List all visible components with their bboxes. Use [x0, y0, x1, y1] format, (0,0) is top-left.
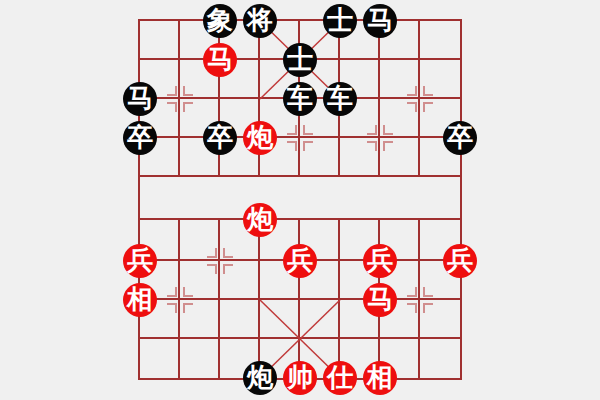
piece-red-general[interactable]: 帅 [283, 361, 317, 395]
piece-red-soldier[interactable]: 兵 [123, 244, 157, 278]
piece-black-soldier[interactable]: 卒 [203, 121, 237, 155]
piece-red-cannon[interactable]: 炮 [243, 203, 277, 237]
board-cell[interactable] [420, 300, 460, 339]
piece-black-general[interactable]: 将 [243, 4, 277, 38]
piece-black-cannon[interactable]: 炮 [243, 361, 277, 395]
piece-red-advisor[interactable]: 仕 [323, 361, 357, 395]
board-cell[interactable] [180, 220, 220, 261]
piece-black-horse[interactable]: 马 [363, 4, 397, 38]
board-cell[interactable] [340, 177, 380, 220]
xiangqi-app: 象将士马马士马车车卒卒炮卒炮兵兵兵兵相马炮帅仕相 [0, 0, 600, 400]
board-cell[interactable] [420, 339, 460, 378]
piece-red-soldier[interactable]: 兵 [283, 244, 317, 278]
board-cell[interactable] [140, 177, 180, 220]
board-cell[interactable] [220, 261, 260, 300]
piece-red-elephant[interactable]: 相 [123, 283, 157, 317]
piece-red-soldier[interactable]: 兵 [363, 244, 397, 278]
board-cell[interactable] [380, 138, 420, 177]
board-cell[interactable] [180, 261, 220, 300]
piece-black-advisor[interactable]: 士 [283, 43, 317, 77]
piece-black-chariot[interactable]: 车 [283, 82, 317, 116]
board-cell[interactable] [220, 300, 260, 339]
board-cell[interactable] [180, 300, 220, 339]
board-cell[interactable] [300, 138, 340, 177]
piece-black-horse[interactable]: 马 [123, 82, 157, 116]
piece-black-soldier[interactable]: 卒 [443, 121, 477, 155]
piece-red-cannon[interactable]: 炮 [243, 121, 277, 155]
piece-red-horse[interactable]: 马 [203, 43, 237, 77]
board-cell[interactable] [380, 99, 420, 138]
board-cell[interactable] [380, 60, 420, 99]
board-cell[interactable] [300, 300, 340, 339]
board-cell[interactable] [380, 177, 420, 220]
piece-black-chariot[interactable]: 车 [323, 82, 357, 116]
piece-black-soldier[interactable]: 卒 [123, 121, 157, 155]
piece-red-elephant[interactable]: 相 [363, 361, 397, 395]
board-cell[interactable] [420, 177, 460, 220]
piece-red-soldier[interactable]: 兵 [443, 244, 477, 278]
board-cell[interactable] [140, 21, 180, 60]
board-cell[interactable] [180, 177, 220, 220]
piece-black-elephant[interactable]: 象 [203, 4, 237, 38]
board-cell[interactable] [340, 138, 380, 177]
piece-black-advisor[interactable]: 士 [323, 4, 357, 38]
board-cell[interactable] [420, 60, 460, 99]
board-cell[interactable] [420, 21, 460, 60]
board-cell[interactable] [300, 177, 340, 220]
board-cell[interactable] [260, 300, 300, 339]
board-cell[interactable] [140, 339, 180, 378]
board-cell[interactable] [180, 339, 220, 378]
piece-red-horse[interactable]: 马 [363, 283, 397, 317]
